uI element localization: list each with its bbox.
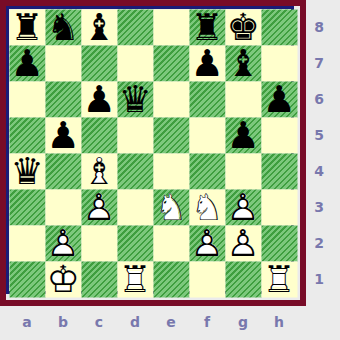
square-d7[interactable] <box>117 45 153 81</box>
square-b6[interactable] <box>45 81 81 117</box>
square-a7[interactable]: ♟ <box>9 45 45 81</box>
square-g7[interactable]: ♝ <box>225 45 261 81</box>
square-f2[interactable]: ♟♙ <box>189 225 225 261</box>
square-a4[interactable]: ♛ <box>9 153 45 189</box>
square-d1[interactable]: ♜♖ <box>117 261 153 297</box>
file-label-h: h <box>261 313 297 331</box>
square-e6[interactable] <box>153 81 189 117</box>
black-king-g8[interactable]: ♚ <box>225 9 261 45</box>
square-h1[interactable]: ♜♖ <box>261 261 297 297</box>
square-h7[interactable] <box>261 45 297 81</box>
file-label-b: b <box>45 313 81 331</box>
square-c4[interactable]: ♝♗ <box>81 153 117 189</box>
square-b8[interactable]: ♞ <box>45 9 81 45</box>
square-g1[interactable] <box>225 261 261 297</box>
file-label-e: e <box>153 313 189 331</box>
square-b5[interactable]: ♟ <box>45 117 81 153</box>
white-rook-h1[interactable]: ♜♖ <box>261 261 297 297</box>
square-e7[interactable] <box>153 45 189 81</box>
black-pawn-c6[interactable]: ♟ <box>81 81 117 117</box>
square-a8[interactable]: ♜ <box>9 9 45 45</box>
square-a3[interactable] <box>9 189 45 225</box>
white-pawn-b2[interactable]: ♟♙ <box>45 225 81 261</box>
square-b4[interactable] <box>45 153 81 189</box>
square-d2[interactable] <box>117 225 153 261</box>
white-pawn-outline: ♙ <box>225 189 261 225</box>
file-label-g: g <box>225 313 261 331</box>
black-pawn-a7[interactable]: ♟ <box>9 45 45 81</box>
square-b3[interactable] <box>45 189 81 225</box>
square-f8[interactable]: ♜ <box>189 9 225 45</box>
file-label-a: a <box>9 313 45 331</box>
rank-label-7: 7 <box>306 45 332 81</box>
square-e3[interactable]: ♞♘ <box>153 189 189 225</box>
square-f3[interactable]: ♞♘ <box>189 189 225 225</box>
white-bishop-c4[interactable]: ♝♗ <box>81 153 117 189</box>
white-pawn-f2[interactable]: ♟♙ <box>189 225 225 261</box>
black-pawn-b5[interactable]: ♟ <box>45 117 81 153</box>
square-a5[interactable] <box>9 117 45 153</box>
black-bishop-c8[interactable]: ♝ <box>81 9 117 45</box>
square-a2[interactable] <box>9 225 45 261</box>
square-f5[interactable] <box>189 117 225 153</box>
white-knight-f3[interactable]: ♞♘ <box>189 189 225 225</box>
rank-label-8: 8 <box>306 9 332 45</box>
black-pawn-g5[interactable]: ♟ <box>225 117 261 153</box>
square-b7[interactable] <box>45 45 81 81</box>
black-bishop-g7[interactable]: ♝ <box>225 45 261 81</box>
square-a1[interactable] <box>9 261 45 297</box>
square-f1[interactable] <box>189 261 225 297</box>
white-knight-outline: ♘ <box>189 189 225 225</box>
square-b1[interactable]: ♚♔ <box>45 261 81 297</box>
square-c2[interactable] <box>81 225 117 261</box>
square-c6[interactable]: ♟ <box>81 81 117 117</box>
rank-label-4: 4 <box>306 153 332 189</box>
square-e4[interactable] <box>153 153 189 189</box>
square-h5[interactable] <box>261 117 297 153</box>
white-knight-outline: ♘ <box>153 189 189 225</box>
square-f7[interactable]: ♟ <box>189 45 225 81</box>
black-queen-a4[interactable]: ♛ <box>9 153 45 189</box>
square-g4[interactable] <box>225 153 261 189</box>
square-d3[interactable] <box>117 189 153 225</box>
square-g3[interactable]: ♟♙ <box>225 189 261 225</box>
white-pawn-g3[interactable]: ♟♙ <box>225 189 261 225</box>
chess-board[interactable]: ♜♞♝♜♚♟♟♝♟♛♟♟♟♛♝♗♟♙♞♘♞♘♟♙♟♙♟♙♟♙♚♔♜♖♜♖ <box>9 9 297 297</box>
square-c5[interactable] <box>81 117 117 153</box>
white-pawn-c3[interactable]: ♟♙ <box>81 189 117 225</box>
square-d6[interactable]: ♛ <box>117 81 153 117</box>
square-h3[interactable] <box>261 189 297 225</box>
rank-label-6: 6 <box>306 81 332 117</box>
black-pawn-f7[interactable]: ♟ <box>189 45 225 81</box>
square-h8[interactable] <box>261 9 297 45</box>
square-c1[interactable] <box>81 261 117 297</box>
square-a6[interactable] <box>9 81 45 117</box>
chess-diagram: ♜♞♝♜♚♟♟♝♟♛♟♟♟♛♝♗♟♙♞♘♞♘♟♙♟♙♟♙♟♙♚♔♜♖♜♖ abc… <box>0 0 340 340</box>
rank-labels: 87654321 <box>306 9 332 297</box>
file-label-d: d <box>117 313 153 331</box>
square-f4[interactable] <box>189 153 225 189</box>
square-e2[interactable] <box>153 225 189 261</box>
file-label-c: c <box>81 313 117 331</box>
board-frame: ♜♞♝♜♚♟♟♝♟♛♟♟♟♛♝♗♟♙♞♘♞♘♟♙♟♙♟♙♟♙♚♔♜♖♜♖ <box>0 0 306 306</box>
rank-label-2: 2 <box>306 225 332 261</box>
white-pawn-outline: ♙ <box>81 189 117 225</box>
rank-label-3: 3 <box>306 189 332 225</box>
square-d4[interactable] <box>117 153 153 189</box>
square-g6[interactable] <box>225 81 261 117</box>
black-rook-a8[interactable]: ♜ <box>9 9 45 45</box>
black-queen-d6[interactable]: ♛ <box>117 81 153 117</box>
black-pawn-h6[interactable]: ♟ <box>261 81 297 117</box>
white-pawn-outline: ♙ <box>189 225 225 261</box>
square-h4[interactable] <box>261 153 297 189</box>
white-pawn-outline: ♙ <box>225 225 261 261</box>
white-pawn-outline: ♙ <box>45 225 81 261</box>
white-rook-outline: ♖ <box>261 261 297 297</box>
square-h2[interactable] <box>261 225 297 261</box>
white-knight-e3[interactable]: ♞♘ <box>153 189 189 225</box>
square-c3[interactable]: ♟♙ <box>81 189 117 225</box>
black-knight-b8[interactable]: ♞ <box>45 9 81 45</box>
white-king-outline: ♔ <box>45 261 81 297</box>
rank-label-1: 1 <box>306 261 332 297</box>
square-d5[interactable] <box>117 117 153 153</box>
square-h6[interactable]: ♟ <box>261 81 297 117</box>
white-bishop-outline: ♗ <box>81 153 117 189</box>
white-king-b1[interactable]: ♚♔ <box>45 261 81 297</box>
square-c7[interactable] <box>81 45 117 81</box>
square-g2[interactable]: ♟♙ <box>225 225 261 261</box>
square-e5[interactable] <box>153 117 189 153</box>
square-e8[interactable] <box>153 9 189 45</box>
square-g8[interactable]: ♚ <box>225 9 261 45</box>
square-b2[interactable]: ♟♙ <box>45 225 81 261</box>
square-f6[interactable] <box>189 81 225 117</box>
board-inner-border: ♜♞♝♜♚♟♟♝♟♛♟♟♟♛♝♗♟♙♞♘♞♘♟♙♟♙♟♙♟♙♚♔♜♖♜♖ <box>6 6 294 294</box>
white-rook-outline: ♖ <box>117 261 153 297</box>
square-d8[interactable] <box>117 9 153 45</box>
white-pawn-g2[interactable]: ♟♙ <box>225 225 261 261</box>
rank-label-5: 5 <box>306 117 332 153</box>
square-c8[interactable]: ♝ <box>81 9 117 45</box>
file-label-f: f <box>189 313 225 331</box>
white-rook-d1[interactable]: ♜♖ <box>117 261 153 297</box>
file-labels: abcdefgh <box>9 313 297 331</box>
square-g5[interactable]: ♟ <box>225 117 261 153</box>
black-rook-f8[interactable]: ♜ <box>189 9 225 45</box>
square-e1[interactable] <box>153 261 189 297</box>
